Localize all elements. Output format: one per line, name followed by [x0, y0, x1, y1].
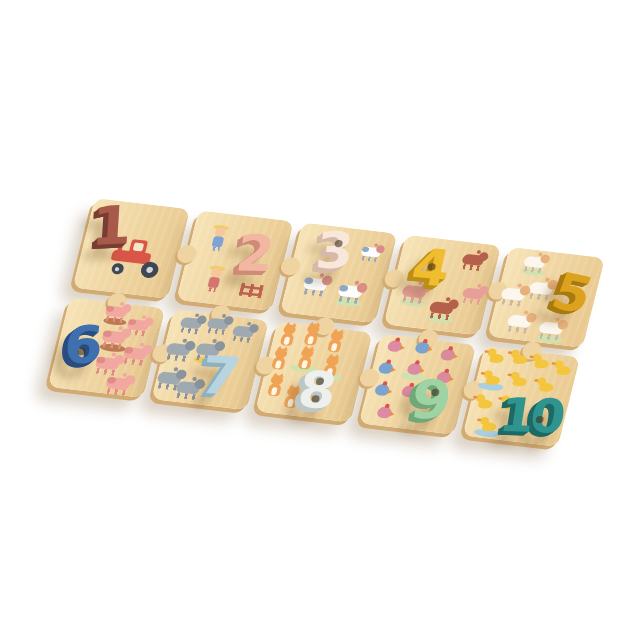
number-5-block[interactable]: 5: [546, 266, 599, 323]
goats-icon: [231, 322, 259, 343]
: [477, 399, 493, 409]
: [389, 412, 394, 417]
fence-icon: [239, 282, 264, 297]
: [391, 367, 396, 372]
: [194, 313, 199, 317]
: [212, 247, 220, 252]
: [472, 396, 477, 399]
pigs-icon: [103, 302, 131, 323]
puzzle-board: 12345678910: [48, 198, 605, 447]
: [132, 243, 144, 252]
: [507, 351, 512, 354]
: [489, 354, 505, 364]
puzzle-piece-6[interactable]: 6: [48, 297, 166, 398]
: [106, 376, 116, 383]
: [387, 389, 392, 394]
: [508, 373, 513, 376]
number-7-block[interactable]: 7: [196, 349, 243, 402]
horses-icon: [427, 297, 458, 321]
puzzle-piece-2[interactable]: 2: [176, 210, 294, 311]
number-2-block[interactable]: 2: [233, 228, 277, 279]
puzzle-piece-1[interactable]: 1: [73, 198, 191, 299]
cat-icon: [301, 324, 322, 347]
pigs-icon: [104, 372, 135, 396]
horses-icon: [461, 284, 489, 305]
sheep-icon: [505, 310, 536, 334]
: [484, 350, 489, 353]
farmer-icon: [202, 265, 227, 293]
: [453, 354, 458, 359]
: [278, 373, 284, 378]
duckling-icon: [473, 394, 496, 412]
: [512, 354, 528, 364]
duckling-icon: [481, 370, 504, 388]
: [362, 246, 370, 252]
: [208, 287, 216, 292]
duckling-icon: [508, 349, 531, 367]
number-9-block[interactable]: 9: [407, 373, 456, 428]
: [427, 347, 432, 352]
puzzle-piece-10[interactable]: 10: [463, 346, 581, 447]
horses-icon: [460, 250, 488, 271]
goats-icon: [178, 313, 206, 334]
duckling-icon: [530, 354, 553, 372]
cat-icon: [270, 347, 291, 370]
number-10-block[interactable]: 10: [496, 391, 564, 440]
duckling-icon: [485, 348, 508, 366]
puzzle-piece-9[interactable]: 9: [359, 334, 477, 435]
hen-icon: [374, 402, 397, 422]
hen-icon: [437, 344, 460, 364]
: [538, 252, 543, 256]
pigs-icon: [121, 343, 152, 367]
cat-icon: [265, 375, 286, 398]
goats-icon: [164, 339, 195, 363]
: [303, 277, 313, 284]
: [106, 306, 115, 313]
: [512, 377, 528, 387]
duckling-icon: [552, 360, 575, 378]
: [400, 345, 405, 350]
sheep-icon: [499, 283, 530, 307]
hen-icon: [375, 358, 398, 378]
: [534, 359, 550, 369]
puzzle-piece-3[interactable]: 3: [280, 222, 398, 323]
: [338, 329, 344, 334]
: [556, 365, 572, 375]
sheep-icon: [521, 252, 549, 273]
: [315, 322, 321, 327]
: [477, 419, 482, 422]
: [123, 347, 133, 354]
cows-icon: [360, 243, 385, 262]
farmer-icon: [207, 225, 232, 253]
hen-icon: [384, 336, 407, 356]
puzzle-piece-5[interactable]: 5: [487, 247, 605, 348]
number-6-block[interactable]: 6: [62, 319, 106, 371]
puzzle-piece-8[interactable]: 8: [255, 322, 373, 423]
: [128, 319, 137, 326]
cat-icon: [278, 324, 299, 347]
: [552, 362, 557, 365]
number-1-block[interactable]: 1: [90, 199, 133, 254]
: [534, 379, 539, 382]
hen-icon: [372, 379, 395, 399]
: [334, 354, 340, 359]
puzzle-piece-4[interactable]: 4: [384, 235, 502, 336]
number-8-block[interactable]: 8: [294, 365, 340, 417]
cows-icon: [336, 281, 367, 305]
: [339, 285, 349, 292]
: [291, 322, 297, 327]
: [530, 356, 535, 359]
puzzle-piece-7[interactable]: 7: [152, 309, 270, 410]
: [283, 346, 289, 351]
number-3-block[interactable]: 3: [313, 226, 355, 277]
: [309, 346, 315, 351]
product-photo: 12345678910: [0, 0, 633, 633]
: [480, 372, 485, 375]
goats-icon: [205, 314, 233, 335]
hen-icon: [412, 337, 435, 357]
